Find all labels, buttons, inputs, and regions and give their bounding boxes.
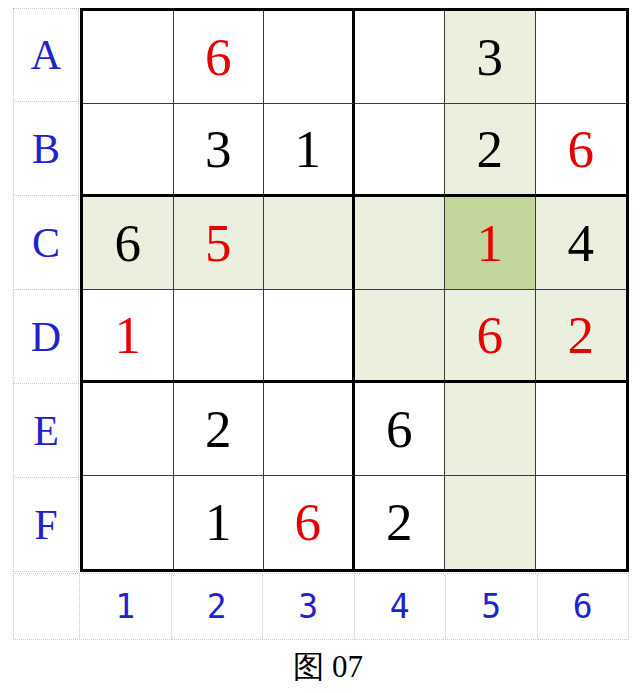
cell-C1[interactable]: 6	[83, 197, 174, 290]
cell-C2[interactable]: 5	[174, 197, 265, 290]
col-label-5: 5	[445, 573, 538, 640]
cell-A1[interactable]	[83, 11, 174, 104]
cell-B5[interactable]: 2	[445, 104, 536, 197]
cell-B1[interactable]	[83, 104, 174, 197]
cell-B4[interactable]	[355, 104, 446, 197]
col-labels: 123456	[13, 573, 629, 640]
cell-D6[interactable]: 2	[536, 290, 627, 383]
cell-A4[interactable]	[355, 11, 446, 104]
cell-B3[interactable]: 1	[264, 104, 355, 197]
cell-C3[interactable]	[264, 197, 355, 290]
col-label-3: 3	[262, 573, 355, 640]
cell-F5[interactable]	[445, 476, 536, 569]
row-label-F: F	[13, 477, 79, 572]
cell-A3[interactable]	[264, 11, 355, 104]
sudoku-grid: 633126651416226162	[80, 8, 629, 572]
cell-E5[interactable]	[445, 383, 536, 476]
sudoku-figure: ABCDEF 633126651416226162 123456 图 07	[0, 0, 640, 693]
cell-F4[interactable]: 2	[355, 476, 446, 569]
cell-E6[interactable]	[536, 383, 627, 476]
cell-D2[interactable]	[174, 290, 265, 383]
figure-caption: 图 07	[0, 646, 640, 688]
row-label-A: A	[13, 8, 79, 102]
row-label-C: C	[13, 195, 79, 290]
cell-C5[interactable]: 1	[445, 197, 536, 290]
col-label-1: 1	[79, 573, 172, 640]
cell-B2[interactable]: 3	[174, 104, 265, 197]
cell-F1[interactable]	[83, 476, 174, 569]
corner-label	[13, 573, 80, 640]
cell-D5[interactable]: 6	[445, 290, 536, 383]
cell-C6[interactable]: 4	[536, 197, 627, 290]
col-label-4: 4	[354, 573, 447, 640]
row-labels: ABCDEF	[13, 8, 79, 572]
cell-A5[interactable]: 3	[445, 11, 536, 104]
row-label-E: E	[13, 383, 79, 478]
col-label-2: 2	[171, 573, 264, 640]
cell-A2[interactable]: 6	[174, 11, 265, 104]
cell-E1[interactable]	[83, 383, 174, 476]
cell-D3[interactable]	[264, 290, 355, 383]
cell-B6[interactable]: 6	[536, 104, 627, 197]
col-label-6: 6	[537, 573, 630, 640]
cell-E2[interactable]: 2	[174, 383, 265, 476]
cell-F2[interactable]: 1	[174, 476, 265, 569]
cell-F3[interactable]: 6	[264, 476, 355, 569]
row-label-D: D	[13, 289, 79, 384]
cell-D4[interactable]	[355, 290, 446, 383]
cell-F6[interactable]	[536, 476, 627, 569]
cell-D1[interactable]: 1	[83, 290, 174, 383]
cell-E4[interactable]: 6	[355, 383, 446, 476]
cell-A6[interactable]	[536, 11, 627, 104]
cell-C4[interactable]	[355, 197, 446, 290]
cell-E3[interactable]	[264, 383, 355, 476]
row-label-B: B	[13, 101, 79, 196]
